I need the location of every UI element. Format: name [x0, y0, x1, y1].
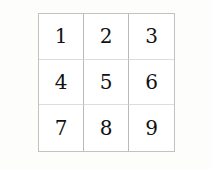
grid-cell-r1c3: 3: [129, 14, 174, 60]
grid-cell-r1c1: 1: [39, 14, 84, 60]
grid-cell-r2c1: 4: [39, 60, 84, 106]
grid-cell-r1c2: 2: [84, 14, 129, 60]
grid-cell-r3c1: 7: [39, 105, 84, 151]
grid-cell-r3c2: 8: [84, 105, 129, 151]
grid-cell-r2c3: 6: [129, 60, 174, 106]
number-grid-board: 123456789: [38, 13, 175, 152]
grid-cell-r3c3: 9: [129, 105, 174, 151]
grid-cell-r2c2: 5: [84, 60, 129, 106]
